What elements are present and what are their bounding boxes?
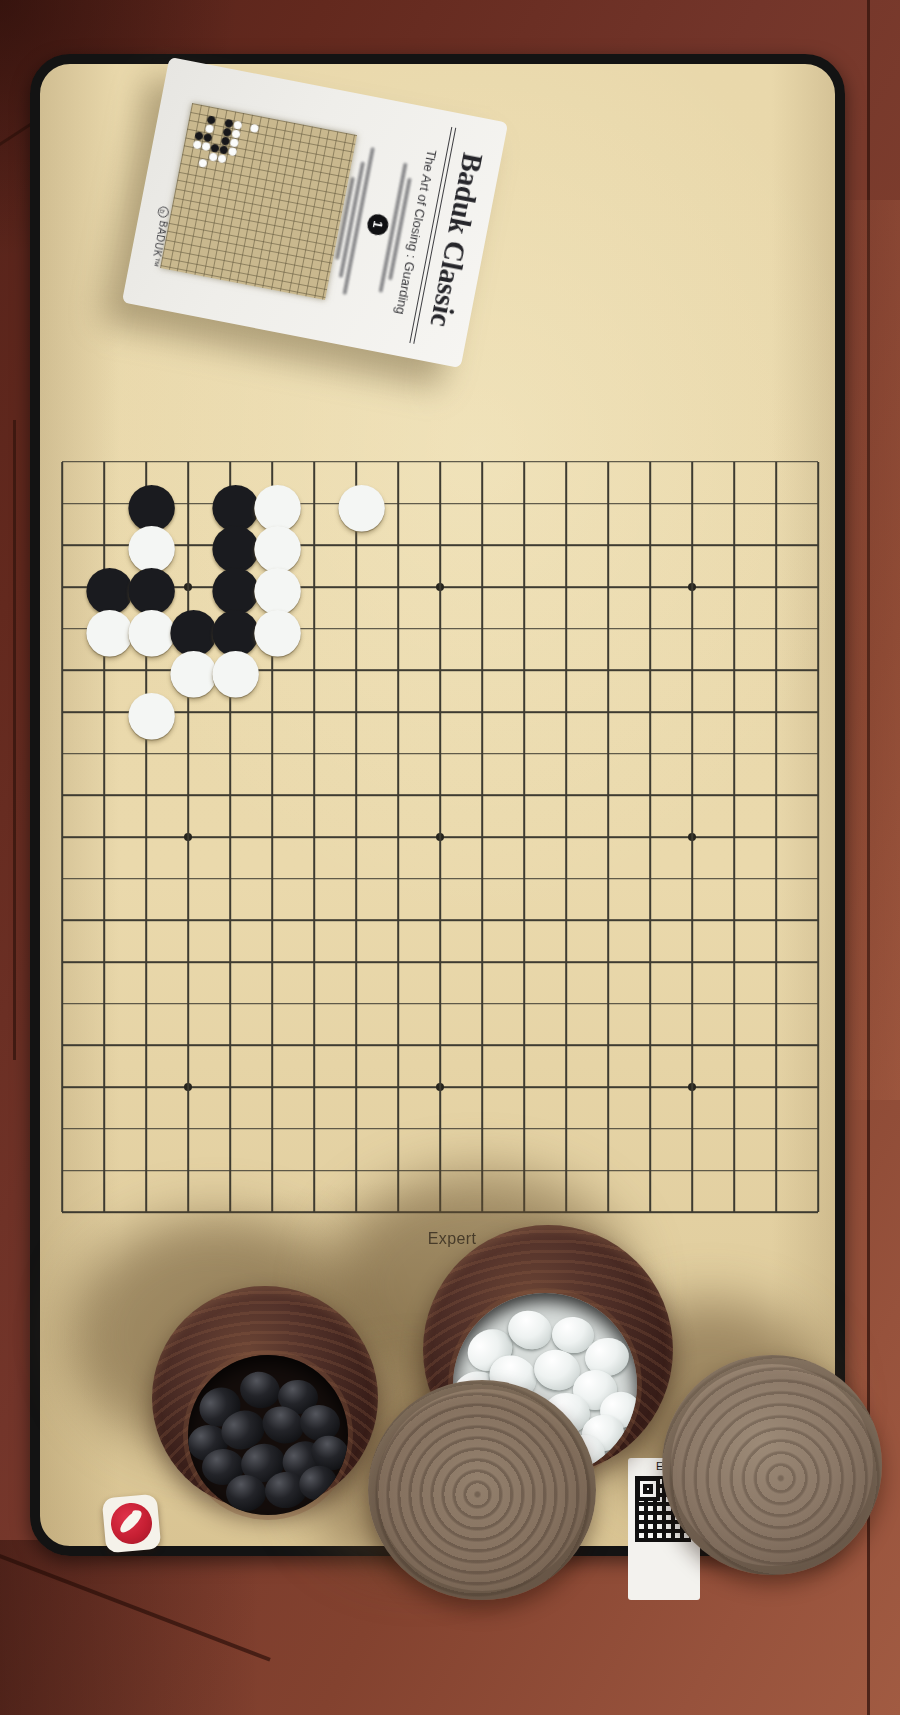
board-cell: [461, 483, 503, 525]
mini-stone-white: [229, 138, 238, 147]
mini-stone-white: [209, 152, 218, 161]
board-cell: [41, 649, 83, 691]
board-cell: [251, 1025, 293, 1067]
star-point: [436, 583, 444, 591]
board-cell: [587, 1150, 629, 1192]
mini-stone-white: [250, 124, 259, 133]
board-cell: [167, 983, 209, 1025]
board-cell: [461, 733, 503, 775]
board-cell: [461, 983, 503, 1025]
board-cell: [545, 1025, 587, 1067]
board-cell: [377, 941, 419, 983]
board-cell: [587, 566, 629, 608]
board-cell: [293, 816, 335, 858]
board-cell: [461, 608, 503, 650]
board-cell: [83, 691, 125, 733]
board-cell: ●: [335, 483, 377, 525]
difficulty-label: Expert: [428, 1230, 477, 1248]
mini-stone-white: [228, 147, 237, 156]
board-cell: [713, 983, 755, 1025]
board-cell: [713, 441, 755, 483]
mini-stone-white: [217, 154, 226, 163]
board-cell: [461, 691, 503, 733]
board-cell: [461, 816, 503, 858]
board-cell: [671, 1150, 713, 1192]
board-cell: [251, 983, 293, 1025]
board-cell: [83, 1191, 125, 1233]
board-cell: [335, 941, 377, 983]
board-cell: [209, 733, 251, 775]
board-cell: [335, 1150, 377, 1192]
board-cell: [335, 900, 377, 942]
board-cell: [755, 1108, 797, 1150]
board-cell: [587, 775, 629, 817]
board-cell: [713, 483, 755, 525]
board-cell: [293, 900, 335, 942]
board-cell: [209, 1066, 251, 1108]
board-cell: [461, 1150, 503, 1192]
brand-sticker: [102, 1494, 162, 1554]
board-cell: [41, 775, 83, 817]
board-cell: [335, 1066, 377, 1108]
board-cell: ●: [125, 691, 167, 733]
board-cell: [755, 983, 797, 1025]
board-cell: [797, 608, 839, 650]
board-cell: [377, 691, 419, 733]
board-cell: [629, 983, 671, 1025]
board-cell: [83, 1025, 125, 1067]
star-point: [688, 833, 696, 841]
board-cell: [293, 733, 335, 775]
board-cell: [419, 608, 461, 650]
board-cell: [335, 691, 377, 733]
board-cell: [713, 1066, 755, 1108]
board-cell: [209, 1025, 251, 1067]
board-cell: [167, 1066, 209, 1108]
board-cell: [713, 1150, 755, 1192]
board-cell: [335, 566, 377, 608]
board-cell: [83, 983, 125, 1025]
wood-shade: [0, 1540, 260, 1715]
board-cell: [797, 900, 839, 942]
board-cell: [419, 983, 461, 1025]
board-cell: [335, 816, 377, 858]
board-cell: [545, 441, 587, 483]
board-cell: [83, 1150, 125, 1192]
board-cell: [671, 1108, 713, 1150]
board-cell: [545, 566, 587, 608]
board-cell: [587, 524, 629, 566]
mini-stone-white: [231, 129, 240, 138]
board-cell: [713, 1108, 755, 1150]
board-cell: [671, 900, 713, 942]
board-cell: [419, 1108, 461, 1150]
board-cell: [545, 733, 587, 775]
board-cell: [41, 1150, 83, 1192]
board-cell: [587, 649, 629, 691]
board-cell: [83, 775, 125, 817]
board-cell: [629, 733, 671, 775]
board-cell: [461, 941, 503, 983]
board-cell: [41, 524, 83, 566]
board-cell: [209, 900, 251, 942]
board-cell: [41, 1191, 83, 1233]
board-cell: [41, 441, 83, 483]
board-cell: [167, 941, 209, 983]
board-cell: [797, 566, 839, 608]
board-cell: [83, 858, 125, 900]
board-cell: [41, 816, 83, 858]
board-cell: [461, 858, 503, 900]
board-cell: [125, 1150, 167, 1192]
board-cell: [251, 858, 293, 900]
board-cell: [335, 649, 377, 691]
board-cell: [545, 1150, 587, 1192]
board-cell: [797, 691, 839, 733]
board-cell: [503, 816, 545, 858]
board-cell: [335, 733, 377, 775]
board-cell: [83, 733, 125, 775]
board-cell: [545, 649, 587, 691]
board-cell: [419, 900, 461, 942]
mini-stone-black: [207, 116, 216, 125]
board-cell: [335, 983, 377, 1025]
board-cell: [167, 816, 209, 858]
board-cell: [461, 900, 503, 942]
board-cell: [293, 775, 335, 817]
board-cell: [125, 983, 167, 1025]
board-cell: [629, 775, 671, 817]
board-cell: [41, 1066, 83, 1108]
board-cell: [251, 900, 293, 942]
board-cell: [797, 858, 839, 900]
board-cell: [545, 1108, 587, 1150]
board-cell: [671, 691, 713, 733]
board-cell: [671, 483, 713, 525]
board-cell: [419, 649, 461, 691]
board-cell: [419, 1025, 461, 1067]
board-cell: [377, 816, 419, 858]
stone-white: ●: [83, 607, 125, 649]
board-cell: [629, 691, 671, 733]
board-cell: [755, 1191, 797, 1233]
board-cell: [167, 775, 209, 817]
board-cell: [125, 816, 167, 858]
board-cell: [209, 775, 251, 817]
board-cell: [671, 983, 713, 1025]
board-cell: [377, 1025, 419, 1067]
board-cell: [755, 1066, 797, 1108]
board-cell: [503, 1150, 545, 1192]
mini-stone-black: [195, 131, 204, 140]
board-cell: [251, 941, 293, 983]
board-cell: [503, 983, 545, 1025]
board-cell: [587, 1066, 629, 1108]
board-cell: [209, 983, 251, 1025]
board-cell: [209, 1191, 251, 1233]
board-cell: [755, 566, 797, 608]
board-cell: [503, 649, 545, 691]
board-cell: [461, 1108, 503, 1150]
board-cell: [503, 900, 545, 942]
board-cell: [545, 608, 587, 650]
board-cell: [293, 983, 335, 1025]
board-cell: [335, 1191, 377, 1233]
board-cell: [671, 524, 713, 566]
board-cell: [461, 649, 503, 691]
board-cell: [419, 1150, 461, 1192]
board-cell: [797, 483, 839, 525]
board-cell: [629, 441, 671, 483]
plank-seam: [13, 420, 16, 1060]
board-cell: [41, 691, 83, 733]
board-cell: [209, 1108, 251, 1150]
black-bowl-opening: [188, 1355, 348, 1515]
board-cell: [755, 900, 797, 942]
board-cell: [41, 608, 83, 650]
board-cell: [797, 1108, 839, 1150]
board-cell: [251, 1150, 293, 1192]
board-cell: [41, 1108, 83, 1150]
board-cell: [335, 1025, 377, 1067]
board-cell: [629, 649, 671, 691]
star-point: [184, 833, 192, 841]
board-cell: [755, 858, 797, 900]
board-cell: [293, 1108, 335, 1150]
board-cell: [209, 1150, 251, 1192]
board-cell: [377, 1066, 419, 1108]
board-cell: [461, 1191, 503, 1233]
board-cell: [545, 691, 587, 733]
stone-white: ●: [125, 607, 167, 649]
board-cell: [587, 858, 629, 900]
board-cell: [629, 1191, 671, 1233]
board-cell: [83, 1066, 125, 1108]
card-volume-badge: 1: [366, 212, 391, 237]
board-cell: [713, 900, 755, 942]
board-cell: [671, 608, 713, 650]
board-cell: [755, 608, 797, 650]
board-cell: [713, 858, 755, 900]
board-cell: [545, 941, 587, 983]
board-cell: [293, 1150, 335, 1192]
board-cell: [293, 1191, 335, 1233]
board-cell: [251, 1191, 293, 1233]
board-cell: [629, 858, 671, 900]
star-point: [184, 1083, 192, 1091]
board-cell: [671, 1066, 713, 1108]
board-cell: [713, 775, 755, 817]
board-cell: [713, 608, 755, 650]
board-cell: [629, 566, 671, 608]
mini-stone-white: [198, 159, 207, 168]
board-cell: [293, 691, 335, 733]
board-cell: [377, 733, 419, 775]
board-cell: [545, 983, 587, 1025]
stone-white: ●: [335, 482, 377, 524]
board-cell: [209, 941, 251, 983]
board-cell: [629, 1025, 671, 1067]
board-cell: [167, 1150, 209, 1192]
board-cell: [713, 524, 755, 566]
board-cell: ●: [125, 608, 167, 650]
board-cell: [125, 1191, 167, 1233]
board-cell: [671, 816, 713, 858]
board-cell: [335, 858, 377, 900]
board-cell: [167, 858, 209, 900]
board-cell: [713, 566, 755, 608]
board-cell: [503, 483, 545, 525]
board-cell: [335, 775, 377, 817]
board-cell: [713, 691, 755, 733]
stone-white: ●: [125, 690, 167, 732]
board-cell: [755, 1150, 797, 1192]
board-cell: [377, 566, 419, 608]
board-cell: [503, 1025, 545, 1067]
board-cell: [503, 941, 545, 983]
board-cell: [293, 1066, 335, 1108]
board-cell: [797, 983, 839, 1025]
board-cell: [167, 900, 209, 942]
mini-stone-black: [219, 145, 228, 154]
board-cell: [671, 566, 713, 608]
board-cell: [167, 1025, 209, 1067]
board-cell: [41, 733, 83, 775]
board-cell: [797, 649, 839, 691]
board-cell: [377, 900, 419, 942]
board-cell: [503, 733, 545, 775]
board-cell: [419, 941, 461, 983]
board-cell: [377, 608, 419, 650]
board-cell: [167, 1108, 209, 1150]
board-cell: [125, 900, 167, 942]
board-cell: [125, 858, 167, 900]
bowl-lid-right: [662, 1355, 882, 1575]
board-cell: [713, 733, 755, 775]
board-cell: [419, 1191, 461, 1233]
board-cell: [713, 1025, 755, 1067]
board-cell: [713, 941, 755, 983]
board-cell: [629, 483, 671, 525]
board-cell: [503, 608, 545, 650]
board-cell: [251, 775, 293, 817]
board-cell: [587, 816, 629, 858]
board-cell: [503, 691, 545, 733]
board-cell: [545, 775, 587, 817]
board-cell: [671, 858, 713, 900]
board-cell: [545, 900, 587, 942]
board-cell: [41, 900, 83, 942]
star-point: [436, 1083, 444, 1091]
star-point: [688, 1083, 696, 1091]
board-cell: [587, 900, 629, 942]
plank-seam: [0, 1550, 271, 1661]
board-cell: ●: [83, 608, 125, 650]
board-cell: [461, 1025, 503, 1067]
board-cell: [419, 524, 461, 566]
board-cell: [83, 816, 125, 858]
board-cell: [461, 775, 503, 817]
board-cell: [755, 941, 797, 983]
board-cell: [797, 524, 839, 566]
board-cell: [629, 816, 671, 858]
board-cell: [503, 1066, 545, 1108]
dragon-logo-icon: [109, 1501, 153, 1545]
board-cell: [125, 941, 167, 983]
board-cell: [461, 524, 503, 566]
board-cell: [797, 941, 839, 983]
board-cell: [41, 483, 83, 525]
board-cell: ●: [209, 649, 251, 691]
board-cell: [125, 775, 167, 817]
mini-stone-white: [233, 121, 242, 130]
board-cell: [587, 691, 629, 733]
board-cell: [587, 983, 629, 1025]
board-cell: [713, 1191, 755, 1233]
star-point: [436, 833, 444, 841]
mini-stone-black: [224, 119, 233, 128]
bowl-lid-bottom: [368, 1380, 596, 1600]
board-cell: [377, 983, 419, 1025]
board-cell: [461, 441, 503, 483]
board-cell: [503, 524, 545, 566]
board-cell: [587, 733, 629, 775]
board-cell: [503, 441, 545, 483]
board-cell: [167, 1191, 209, 1233]
board-cell: [461, 1066, 503, 1108]
board-cell: [629, 941, 671, 983]
board-cell: [755, 1025, 797, 1067]
board-cell: [41, 566, 83, 608]
mini-stone-black: [221, 136, 230, 145]
board-cell: [797, 775, 839, 817]
board-cell: [629, 900, 671, 942]
board-cell: [419, 691, 461, 733]
board-cell: [209, 858, 251, 900]
board-cell: [587, 441, 629, 483]
board-cell: [671, 1191, 713, 1233]
card-board-thumbnail: [160, 103, 357, 300]
board-cell: [629, 1108, 671, 1150]
board-cell: [545, 483, 587, 525]
board-cell: [419, 483, 461, 525]
board-cell: [671, 733, 713, 775]
board-cell: [419, 1066, 461, 1108]
board-cell: [797, 441, 839, 483]
board-cell: [671, 441, 713, 483]
board-cell: [251, 1108, 293, 1150]
board-cell: [629, 1066, 671, 1108]
board-cell: [83, 941, 125, 983]
board-cell: [293, 941, 335, 983]
board-cell: [587, 941, 629, 983]
board-cell: [377, 649, 419, 691]
board-cell: [419, 566, 461, 608]
board-cell: [335, 608, 377, 650]
board-cell: [797, 1150, 839, 1192]
board-cell: [83, 483, 125, 525]
board-cell: [503, 858, 545, 900]
board-cell: [545, 1066, 587, 1108]
board-cell: [83, 900, 125, 942]
board-cell: [797, 733, 839, 775]
board-cell: [671, 649, 713, 691]
board-cell: [713, 816, 755, 858]
mini-stone-black: [222, 128, 231, 137]
star-point: [688, 583, 696, 591]
mini-stone-black: [203, 133, 212, 142]
board-cell: [377, 1108, 419, 1150]
